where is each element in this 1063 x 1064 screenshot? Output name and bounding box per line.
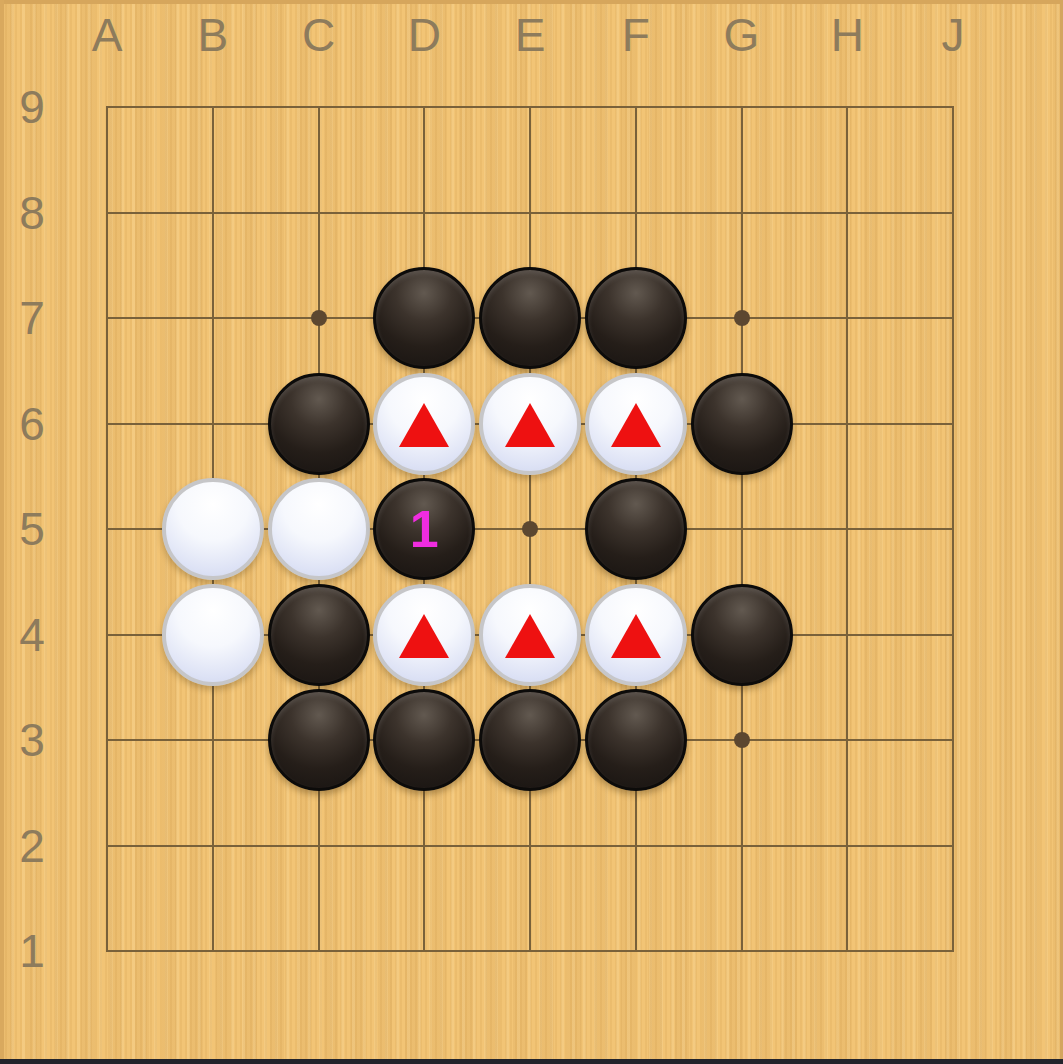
row-coordinate-labels: 987654321 <box>8 54 56 1004</box>
row-label-8: 8 <box>8 160 56 266</box>
stone-black-G4[interactable] <box>691 584 793 686</box>
stone-black-E3[interactable] <box>479 689 581 791</box>
stone-white-D6[interactable] <box>373 373 475 475</box>
row-label-4: 4 <box>8 582 56 688</box>
stone-black-F3[interactable] <box>585 689 687 791</box>
stone-white-E6[interactable] <box>479 373 581 475</box>
board-edge-left <box>0 0 4 1064</box>
stone-black-G6[interactable] <box>691 373 793 475</box>
stone-black-F5[interactable] <box>585 478 687 580</box>
stone-black-C6[interactable] <box>268 373 370 475</box>
stone-white-D4[interactable] <box>373 584 475 686</box>
row-label-5: 5 <box>8 476 56 582</box>
board-edge-top <box>0 0 1063 4</box>
board-edge-bottom <box>0 1059 1063 1064</box>
stone-black-F7[interactable] <box>585 267 687 369</box>
go-board[interactable]: ABCDEFGHJ 987654321 1 <box>0 0 1063 1064</box>
stones-layer[interactable]: 1 <box>54 54 1006 1004</box>
triangle-marker-icon <box>505 403 555 447</box>
triangle-marker-icon <box>399 403 449 447</box>
stone-white-B4[interactable] <box>162 584 264 686</box>
triangle-marker-icon <box>505 614 555 658</box>
row-label-7: 7 <box>8 265 56 371</box>
stone-black-C4[interactable] <box>268 584 370 686</box>
stone-white-F4[interactable] <box>585 584 687 686</box>
stone-black-D3[interactable] <box>373 689 475 791</box>
stone-white-F6[interactable] <box>585 373 687 475</box>
stone-white-E4[interactable] <box>479 584 581 686</box>
triangle-marker-icon <box>399 614 449 658</box>
stone-black-E7[interactable] <box>479 267 581 369</box>
triangle-marker-icon <box>611 403 661 447</box>
stone-white-B5[interactable] <box>162 478 264 580</box>
stone-white-C5[interactable] <box>268 478 370 580</box>
column-coordinate-labels: ABCDEFGHJ <box>54 8 1006 56</box>
stone-black-D5[interactable]: 1 <box>373 478 475 580</box>
triangle-marker-icon <box>611 614 661 658</box>
row-label-6: 6 <box>8 371 56 477</box>
row-label-9: 9 <box>8 54 56 160</box>
stone-black-D7[interactable] <box>373 267 475 369</box>
row-label-3: 3 <box>8 687 56 793</box>
row-label-2: 2 <box>8 793 56 899</box>
move-number-label: 1 <box>410 503 439 555</box>
row-label-1: 1 <box>8 898 56 1004</box>
stone-black-C3[interactable] <box>268 689 370 791</box>
